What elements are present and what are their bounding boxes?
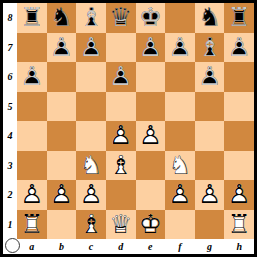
square-b8[interactable]: ♞♘ bbox=[47, 3, 77, 33]
piece-outline-glyph: ♙ bbox=[47, 33, 77, 63]
file-label-d: d bbox=[106, 239, 136, 254]
square-a1[interactable]: ♜♖ bbox=[17, 210, 47, 240]
black-pawn-icon: ♟♙ bbox=[76, 33, 106, 63]
piece-outline-glyph: ♗ bbox=[195, 33, 225, 63]
square-a8[interactable]: ♜♖ bbox=[17, 3, 47, 33]
square-h4[interactable] bbox=[224, 121, 254, 151]
square-g4[interactable] bbox=[195, 121, 225, 151]
piece-outline-glyph: ♕ bbox=[106, 3, 136, 33]
black-pawn-icon: ♟♙ bbox=[47, 33, 77, 63]
piece-outline-glyph: ♕ bbox=[106, 210, 136, 240]
white-pawn-icon: ♟♙ bbox=[136, 121, 166, 151]
white-to-move-indicator-icon bbox=[5, 238, 20, 253]
piece-outline-glyph: ♙ bbox=[165, 33, 195, 63]
square-e4[interactable]: ♟♙ bbox=[136, 121, 166, 151]
piece-outline-glyph: ♙ bbox=[76, 33, 106, 63]
square-c8[interactable]: ♝♗ bbox=[76, 3, 106, 33]
piece-outline-glyph: ♙ bbox=[47, 180, 77, 210]
square-c3[interactable]: ♞♘ bbox=[76, 151, 106, 181]
black-knight-icon: ♞♘ bbox=[47, 3, 77, 33]
piece-outline-glyph: ♘ bbox=[165, 151, 195, 181]
white-rook-icon: ♜♖ bbox=[224, 210, 254, 240]
square-g1[interactable] bbox=[195, 210, 225, 240]
white-knight-icon: ♞♘ bbox=[76, 151, 106, 181]
square-h3[interactable] bbox=[224, 151, 254, 181]
rank-label-7: 7 bbox=[3, 33, 17, 63]
file-labels: abcdefgh bbox=[17, 239, 254, 254]
square-b3[interactable] bbox=[47, 151, 77, 181]
rank-label-8: 8 bbox=[3, 3, 17, 33]
piece-outline-glyph: ♙ bbox=[106, 121, 136, 151]
square-d1[interactable]: ♛♕ bbox=[106, 210, 136, 240]
square-f6[interactable] bbox=[165, 62, 195, 92]
square-d7[interactable] bbox=[106, 33, 136, 63]
square-g3[interactable] bbox=[195, 151, 225, 181]
square-c6[interactable] bbox=[76, 62, 106, 92]
rank-labels: 87654321 bbox=[3, 3, 17, 239]
piece-outline-glyph: ♙ bbox=[17, 62, 47, 92]
rank-label-3: 3 bbox=[3, 151, 17, 181]
black-pawn-icon: ♟♙ bbox=[224, 33, 254, 63]
square-g8[interactable]: ♞♘ bbox=[195, 3, 225, 33]
square-b2[interactable]: ♟♙ bbox=[47, 180, 77, 210]
white-knight-icon: ♞♘ bbox=[165, 151, 195, 181]
square-h1[interactable]: ♜♖ bbox=[224, 210, 254, 240]
square-d2[interactable] bbox=[106, 180, 136, 210]
piece-outline-glyph: ♘ bbox=[76, 151, 106, 181]
square-d5[interactable] bbox=[106, 92, 136, 122]
black-king-icon: ♚♔ bbox=[136, 3, 166, 33]
white-pawn-icon: ♟♙ bbox=[76, 180, 106, 210]
white-pawn-icon: ♟♙ bbox=[47, 180, 77, 210]
piece-outline-glyph: ♙ bbox=[165, 180, 195, 210]
piece-outline-glyph: ♙ bbox=[195, 180, 225, 210]
square-e1[interactable]: ♚♔ bbox=[136, 210, 166, 240]
rank-label-4: 4 bbox=[3, 121, 17, 151]
square-a7[interactable] bbox=[17, 33, 47, 63]
black-rook-icon: ♜♖ bbox=[17, 3, 47, 33]
black-rook-icon: ♜♖ bbox=[224, 3, 254, 33]
file-label-a: a bbox=[17, 239, 47, 254]
piece-outline-glyph: ♘ bbox=[195, 3, 225, 33]
white-bishop-icon: ♝♗ bbox=[106, 151, 136, 181]
file-label-g: g bbox=[195, 239, 225, 254]
square-f1[interactable] bbox=[165, 210, 195, 240]
chess-board: ♜♖♞♘♝♗♛♕♚♔♞♘♜♖♟♙♟♙♟♙♟♙♝♗♟♙♟♙♟♙♟♙♟♙♟♙♞♘♝♗… bbox=[17, 3, 254, 239]
black-pawn-icon: ♟♙ bbox=[106, 62, 136, 92]
square-f4[interactable] bbox=[165, 121, 195, 151]
piece-outline-glyph: ♙ bbox=[76, 180, 106, 210]
file-label-h: h bbox=[224, 239, 254, 254]
piece-outline-glyph: ♘ bbox=[47, 3, 77, 33]
piece-outline-glyph: ♗ bbox=[106, 151, 136, 181]
square-h6[interactable] bbox=[224, 62, 254, 92]
file-label-b: b bbox=[47, 239, 77, 254]
piece-outline-glyph: ♖ bbox=[17, 210, 47, 240]
square-f3[interactable]: ♞♘ bbox=[165, 151, 195, 181]
square-a5[interactable] bbox=[17, 92, 47, 122]
square-f8[interactable] bbox=[165, 3, 195, 33]
square-d6[interactable]: ♟♙ bbox=[106, 62, 136, 92]
piece-outline-glyph: ♙ bbox=[17, 180, 47, 210]
square-g7[interactable]: ♝♗ bbox=[195, 33, 225, 63]
square-e5[interactable] bbox=[136, 92, 166, 122]
square-e3[interactable] bbox=[136, 151, 166, 181]
white-pawn-icon: ♟♙ bbox=[165, 180, 195, 210]
piece-outline-glyph: ♔ bbox=[136, 3, 166, 33]
black-knight-icon: ♞♘ bbox=[195, 3, 225, 33]
square-b4[interactable] bbox=[47, 121, 77, 151]
piece-outline-glyph: ♗ bbox=[76, 210, 106, 240]
square-h5[interactable] bbox=[224, 92, 254, 122]
piece-outline-glyph: ♔ bbox=[136, 210, 166, 240]
white-queen-icon: ♛♕ bbox=[106, 210, 136, 240]
rank-label-2: 2 bbox=[3, 180, 17, 210]
black-pawn-icon: ♟♙ bbox=[165, 33, 195, 63]
piece-outline-glyph: ♙ bbox=[224, 33, 254, 63]
square-c5[interactable] bbox=[76, 92, 106, 122]
piece-outline-glyph: ♖ bbox=[224, 3, 254, 33]
square-d4[interactable]: ♟♙ bbox=[106, 121, 136, 151]
white-bishop-icon: ♝♗ bbox=[76, 210, 106, 240]
square-b7[interactable]: ♟♙ bbox=[47, 33, 77, 63]
white-pawn-icon: ♟♙ bbox=[195, 180, 225, 210]
square-b1[interactable] bbox=[47, 210, 77, 240]
square-e8[interactable]: ♚♔ bbox=[136, 3, 166, 33]
black-queen-icon: ♛♕ bbox=[106, 3, 136, 33]
black-bishop-icon: ♝♗ bbox=[76, 3, 106, 33]
square-c4[interactable] bbox=[76, 121, 106, 151]
square-b5[interactable] bbox=[47, 92, 77, 122]
square-e2[interactable] bbox=[136, 180, 166, 210]
black-pawn-icon: ♟♙ bbox=[17, 62, 47, 92]
white-pawn-icon: ♟♙ bbox=[106, 121, 136, 151]
rank-label-5: 5 bbox=[3, 92, 17, 122]
piece-outline-glyph: ♖ bbox=[17, 3, 47, 33]
square-a4[interactable] bbox=[17, 121, 47, 151]
square-g5[interactable] bbox=[195, 92, 225, 122]
square-d8[interactable]: ♛♕ bbox=[106, 3, 136, 33]
square-c7[interactable]: ♟♙ bbox=[76, 33, 106, 63]
file-label-e: e bbox=[136, 239, 166, 254]
rank-label-1: 1 bbox=[3, 210, 17, 240]
square-h2[interactable]: ♟♙ bbox=[224, 180, 254, 210]
square-f2[interactable]: ♟♙ bbox=[165, 180, 195, 210]
chess-diagram: 87654321 ♜♖♞♘♝♗♛♕♚♔♞♘♜♖♟♙♟♙♟♙♟♙♝♗♟♙♟♙♟♙♟… bbox=[0, 0, 257, 257]
square-g2[interactable]: ♟♙ bbox=[195, 180, 225, 210]
file-label-c: c bbox=[76, 239, 106, 254]
square-c2[interactable]: ♟♙ bbox=[76, 180, 106, 210]
square-a6[interactable]: ♟♙ bbox=[17, 62, 47, 92]
file-label-f: f bbox=[165, 239, 195, 254]
rank-label-6: 6 bbox=[3, 62, 17, 92]
square-g6[interactable]: ♟♙ bbox=[195, 62, 225, 92]
diagram-grid: 87654321 ♜♖♞♘♝♗♛♕♚♔♞♘♜♖♟♙♟♙♟♙♟♙♝♗♟♙♟♙♟♙♟… bbox=[3, 3, 254, 254]
square-e6[interactable] bbox=[136, 62, 166, 92]
square-h7[interactable]: ♟♙ bbox=[224, 33, 254, 63]
piece-outline-glyph: ♙ bbox=[106, 62, 136, 92]
black-bishop-icon: ♝♗ bbox=[195, 33, 225, 63]
white-rook-icon: ♜♖ bbox=[17, 210, 47, 240]
square-h8[interactable]: ♜♖ bbox=[224, 3, 254, 33]
square-e7[interactable]: ♟♙ bbox=[136, 33, 166, 63]
piece-outline-glyph: ♙ bbox=[136, 33, 166, 63]
piece-outline-glyph: ♙ bbox=[224, 180, 254, 210]
square-c1[interactable]: ♝♗ bbox=[76, 210, 106, 240]
piece-outline-glyph: ♙ bbox=[136, 121, 166, 151]
white-pawn-icon: ♟♙ bbox=[224, 180, 254, 210]
square-f7[interactable]: ♟♙ bbox=[165, 33, 195, 63]
square-f5[interactable] bbox=[165, 92, 195, 122]
black-pawn-icon: ♟♙ bbox=[136, 33, 166, 63]
white-pawn-icon: ♟♙ bbox=[17, 180, 47, 210]
square-d3[interactable]: ♝♗ bbox=[106, 151, 136, 181]
black-pawn-icon: ♟♙ bbox=[195, 62, 225, 92]
piece-outline-glyph: ♗ bbox=[76, 3, 106, 33]
square-a3[interactable] bbox=[17, 151, 47, 181]
square-a2[interactable]: ♟♙ bbox=[17, 180, 47, 210]
piece-outline-glyph: ♙ bbox=[195, 62, 225, 92]
square-b6[interactable] bbox=[47, 62, 77, 92]
piece-outline-glyph: ♖ bbox=[224, 210, 254, 240]
white-king-icon: ♚♔ bbox=[136, 210, 166, 240]
